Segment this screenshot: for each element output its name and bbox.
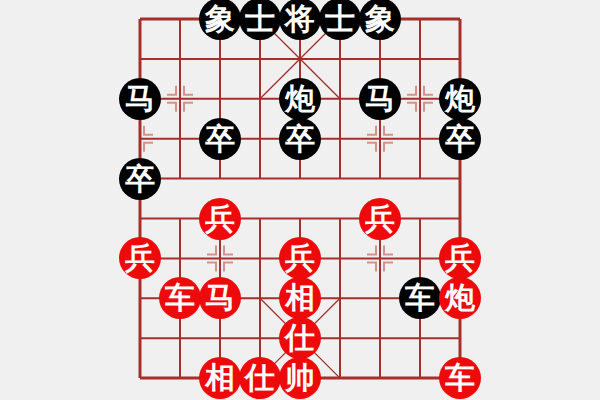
piece-black-advisor[interactable]: 士 xyxy=(239,0,281,40)
piece-black-soldier[interactable]: 卒 xyxy=(199,118,241,160)
piece-red-horse[interactable]: 马 xyxy=(199,277,241,319)
piece-black-horse[interactable]: 马 xyxy=(119,78,161,120)
piece-red-advisor[interactable]: 仕 xyxy=(239,357,281,399)
piece-red-soldier[interactable]: 兵 xyxy=(359,198,401,240)
piece-black-chariot[interactable]: 车 xyxy=(399,277,441,319)
piece-red-soldier[interactable]: 兵 xyxy=(279,237,321,279)
piece-red-soldier[interactable]: 兵 xyxy=(439,237,481,279)
piece-red-general[interactable]: 帅 xyxy=(279,357,321,399)
piece-black-advisor[interactable]: 士 xyxy=(319,0,361,40)
piece-red-soldier[interactable]: 兵 xyxy=(119,237,161,279)
piece-red-chariot[interactable]: 车 xyxy=(439,357,481,399)
piece-black-soldier[interactable]: 卒 xyxy=(119,158,161,200)
xiangqi-board: 象士将士象马炮马炮卒卒卒卒兵兵兵兵兵车马相车炮仕相仕帅车 xyxy=(0,0,600,400)
piece-black-cannon[interactable]: 炮 xyxy=(279,78,321,120)
piece-black-elephant[interactable]: 象 xyxy=(199,0,241,40)
piece-red-soldier[interactable]: 兵 xyxy=(199,198,241,240)
piece-black-horse[interactable]: 马 xyxy=(359,78,401,120)
piece-red-advisor[interactable]: 仕 xyxy=(279,317,321,359)
piece-black-elephant[interactable]: 象 xyxy=(359,0,401,40)
piece-black-soldier[interactable]: 卒 xyxy=(439,118,481,160)
piece-red-elephant[interactable]: 相 xyxy=(279,277,321,319)
piece-black-soldier[interactable]: 卒 xyxy=(279,118,321,160)
piece-red-elephant[interactable]: 相 xyxy=(199,357,241,399)
piece-black-general[interactable]: 将 xyxy=(279,0,321,40)
piece-red-chariot[interactable]: 车 xyxy=(159,277,201,319)
piece-black-cannon[interactable]: 炮 xyxy=(439,78,481,120)
piece-red-cannon[interactable]: 炮 xyxy=(439,277,481,319)
